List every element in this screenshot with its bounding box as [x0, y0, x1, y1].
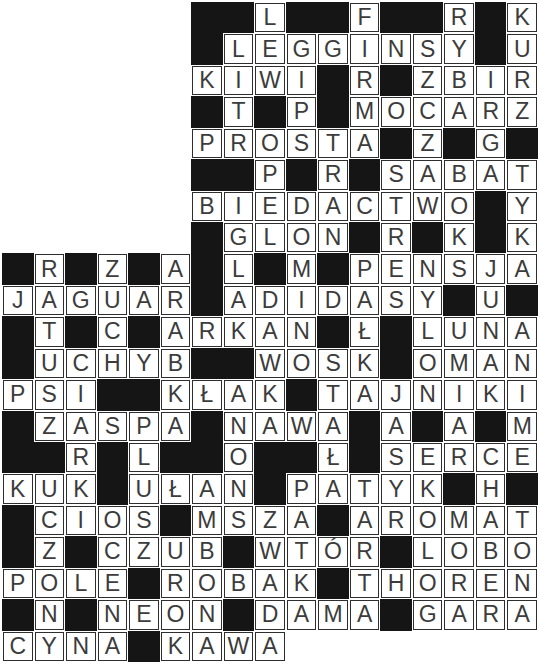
letter-cell-r15c13[interactable]: S [380, 442, 412, 473]
letter-cell-r16c2[interactable]: U [34, 473, 66, 504]
letter-cell-r19c10[interactable]: K [286, 568, 318, 599]
letter-cell-r17c12[interactable]: A [349, 505, 381, 536]
block-cell-r8c16 [475, 222, 507, 253]
letter-cell-r20c5[interactable]: E [128, 599, 160, 630]
letter-cell-r13c2[interactable]: S [34, 379, 66, 410]
block-cell-r4c9 [254, 96, 286, 127]
letter-cell-r8c13[interactable]: R [380, 222, 412, 253]
letter-cell-r18c4[interactable]: C [97, 536, 129, 567]
letter-cell-r9c12[interactable]: P [349, 253, 381, 284]
letter-cell-r21c2[interactable]: Y [34, 631, 66, 662]
outside-area [2, 2, 34, 33]
letter-cell-r19c14[interactable]: O [412, 568, 444, 599]
letter-cell-r13c1[interactable]: P [2, 379, 34, 410]
letter-cell-r13c14[interactable]: N [412, 379, 444, 410]
letter-cell-r10c9[interactable]: D [254, 285, 286, 316]
letter-cell-r7c7[interactable]: B [191, 191, 223, 222]
letter-cell-r1c9[interactable]: L [254, 2, 286, 33]
letter-cell-r3c9[interactable]: W [254, 65, 286, 96]
letter-cell-r2c15[interactable]: Y [443, 33, 475, 64]
block-cell-r14c12 [349, 411, 381, 442]
block-cell-r8c7 [191, 222, 223, 253]
block-cell-r17c1 [2, 505, 34, 536]
letter-cell-r13c11[interactable]: T [317, 379, 349, 410]
letter-cell-r13c6[interactable]: K [160, 379, 192, 410]
letter-cell-r17c9[interactable]: Z [254, 505, 286, 536]
outside-area [65, 128, 97, 159]
letter-cell-r19c9[interactable]: A [254, 568, 286, 599]
letter-cell-r16c7[interactable]: A [191, 473, 223, 504]
letter-cell-r2c13[interactable]: N [380, 33, 412, 64]
outside-area [286, 631, 318, 662]
letter-cell-r17c13[interactable]: R [380, 505, 412, 536]
letter-cell-r14c3[interactable]: A [65, 411, 97, 442]
letter-cell-r8c15[interactable]: K [443, 222, 475, 253]
letter-cell-r17c8[interactable]: S [223, 505, 255, 536]
letter-cell-r8c11[interactable]: N [317, 222, 349, 253]
letter-cell-r17c2[interactable]: C [34, 505, 66, 536]
letter-cell-r17c15[interactable]: M [443, 505, 475, 536]
block-cell-r18c3 [65, 536, 97, 567]
letter-cell-r4c15[interactable]: A [443, 96, 475, 127]
outside-area [34, 2, 66, 33]
letter-cell-r15c8[interactable]: O [223, 442, 255, 473]
letter-cell-r11c9[interactable]: A [254, 316, 286, 347]
letter-cell-r4c14[interactable]: C [412, 96, 444, 127]
block-cell-r15c1 [2, 442, 34, 473]
outside-area [97, 191, 129, 222]
letter-cell-r13c16[interactable]: K [475, 379, 507, 410]
letter-cell-r16c6[interactable]: Ł [160, 473, 192, 504]
letter-cell-r1c12[interactable]: F [349, 2, 381, 33]
letter-cell-r3c12[interactable]: R [349, 65, 381, 96]
letter-cell-r7c17[interactable]: Y [506, 191, 538, 222]
block-cell-r11c5 [128, 316, 160, 347]
letter-cell-r10c14[interactable]: Y [412, 285, 444, 316]
letter-cell-r2c8[interactable]: L [223, 33, 255, 64]
block-cell-r13c5 [128, 379, 160, 410]
block-cell-r18c13 [380, 536, 412, 567]
letter-cell-r14c11[interactable]: A [317, 411, 349, 442]
letter-cell-r3c17[interactable]: R [506, 65, 538, 96]
letter-cell-r10c3[interactable]: G [65, 285, 97, 316]
outside-area [65, 222, 97, 253]
letter-cell-r9c14[interactable]: N [412, 253, 444, 284]
letter-cell-r6c13[interactable]: S [380, 159, 412, 190]
outside-area [317, 631, 349, 662]
letter-cell-r2c17[interactable]: U [506, 33, 538, 64]
letter-cell-r14c15[interactable]: A [443, 411, 475, 442]
letter-cell-r8c9[interactable]: L [254, 222, 286, 253]
block-cell-r17c6 [160, 505, 192, 536]
letter-cell-r16c10[interactable]: P [286, 473, 318, 504]
letter-cell-r2c10[interactable]: G [286, 33, 318, 64]
letter-cell-r8c10[interactable]: O [286, 222, 318, 253]
outside-area [160, 2, 192, 33]
outside-area [160, 159, 192, 190]
letter-cell-r15c5[interactable]: L [128, 442, 160, 473]
letter-cell-r19c1[interactable]: P [2, 568, 34, 599]
letter-cell-r15c14[interactable]: E [412, 442, 444, 473]
block-cell-r14c7 [191, 411, 223, 442]
letter-cell-r11c2[interactable]: T [34, 316, 66, 347]
letter-cell-r3c7[interactable]: K [191, 65, 223, 96]
letter-cell-r10c4[interactable]: U [97, 285, 129, 316]
letter-cell-r9c13[interactable]: E [380, 253, 412, 284]
letter-cell-r11c16[interactable]: N [475, 316, 507, 347]
letter-cell-r18c16[interactable]: B [475, 536, 507, 567]
block-cell-r3c13 [380, 65, 412, 96]
letter-cell-r21c4[interactable]: A [97, 631, 129, 662]
outside-area [160, 222, 192, 253]
letter-cell-r8c8[interactable]: G [223, 222, 255, 253]
block-cell-r18c8 [223, 536, 255, 567]
letter-cell-r16c14[interactable]: K [412, 473, 444, 504]
outside-area [97, 159, 129, 190]
letter-cell-r10c13[interactable]: S [380, 285, 412, 316]
letter-cell-r21c1[interactable]: C [2, 631, 34, 662]
letter-cell-r7c8[interactable]: I [223, 191, 255, 222]
outside-area [97, 2, 129, 33]
letter-cell-r20c2[interactable]: N [34, 599, 66, 630]
letter-cell-r7c11[interactable]: A [317, 191, 349, 222]
letter-cell-r14c17[interactable]: M [506, 411, 538, 442]
outside-area [2, 96, 34, 127]
letter-cell-r11c12[interactable]: Ł [349, 316, 381, 347]
letter-cell-r20c12[interactable]: A [349, 599, 381, 630]
letter-cell-r19c15[interactable]: R [443, 568, 475, 599]
letter-cell-r18c11[interactable]: Ó [317, 536, 349, 567]
letter-cell-r19c13[interactable]: H [380, 568, 412, 599]
block-cell-r15c12 [349, 442, 381, 473]
letter-cell-r19c8[interactable]: B [223, 568, 255, 599]
block-cell-r6c10 [286, 159, 318, 190]
letter-cell-r11c15[interactable]: U [443, 316, 475, 347]
letter-cell-r7c15[interactable]: O [443, 191, 475, 222]
letter-cell-r5c11[interactable]: T [317, 128, 349, 159]
block-cell-r12c1 [2, 348, 34, 379]
letter-cell-r20c7[interactable]: N [191, 599, 223, 630]
letter-cell-r16c11[interactable]: A [317, 473, 349, 504]
letter-cell-r9c2[interactable]: R [34, 253, 66, 284]
block-cell-r10c15 [443, 285, 475, 316]
block-cell-r19c5 [128, 568, 160, 599]
letter-cell-r19c16[interactable]: E [475, 568, 507, 599]
block-cell-r15c10 [286, 442, 318, 473]
letter-cell-r13c7[interactable]: Ł [191, 379, 223, 410]
crossword-board: LFRKLEGGINSYUKIWIRZBIRTPMOCARZPROSTAZGPR… [0, 0, 540, 664]
block-cell-r8c14 [412, 222, 444, 253]
letter-cell-r10c8[interactable]: A [223, 285, 255, 316]
letter-cell-r13c9[interactable]: K [254, 379, 286, 410]
letter-cell-r5c10[interactable]: S [286, 128, 318, 159]
letter-cell-r19c7[interactable]: O [191, 568, 223, 599]
letter-cell-r11c6[interactable]: A [160, 316, 192, 347]
letter-cell-r16c5[interactable]: U [128, 473, 160, 504]
letter-cell-r12c6[interactable]: B [160, 348, 192, 379]
outside-area [160, 128, 192, 159]
letter-cell-r18c15[interactable]: O [443, 536, 475, 567]
letter-cell-r5c14[interactable]: Z [412, 128, 444, 159]
letter-cell-r9c6[interactable]: A [160, 253, 192, 284]
letter-cell-r11c10[interactable]: N [286, 316, 318, 347]
letter-cell-r11c14[interactable]: L [412, 316, 444, 347]
block-cell-r5c17 [506, 128, 538, 159]
letter-cell-r19c4[interactable]: E [97, 568, 129, 599]
letter-cell-r12c11[interactable]: S [317, 348, 349, 379]
letter-cell-r5c8[interactable]: R [223, 128, 255, 159]
block-cell-r21c5 [128, 631, 160, 662]
letter-cell-r20c15[interactable]: A [443, 599, 475, 630]
letter-cell-r20c17[interactable]: A [506, 599, 538, 630]
letter-cell-r21c3[interactable]: N [65, 631, 97, 662]
letter-cell-r6c16[interactable]: A [475, 159, 507, 190]
letter-cell-r6c14[interactable]: A [412, 159, 444, 190]
letter-cell-r16c13[interactable]: Y [380, 473, 412, 504]
letter-cell-r4c8[interactable]: T [223, 96, 255, 127]
letter-cell-r16c8[interactable]: N [223, 473, 255, 504]
outside-area [128, 2, 160, 33]
letter-cell-r14c4[interactable]: S [97, 411, 129, 442]
letter-cell-r3c10[interactable]: I [286, 65, 318, 96]
letter-cell-r10c16[interactable]: U [475, 285, 507, 316]
outside-area [380, 631, 412, 662]
letter-cell-r19c12[interactable]: T [349, 568, 381, 599]
letter-cell-r2c14[interactable]: S [412, 33, 444, 64]
letter-cell-r12c3[interactable]: C [65, 348, 97, 379]
letter-cell-r21c6[interactable]: K [160, 631, 192, 662]
letter-cell-r9c17[interactable]: A [506, 253, 538, 284]
letter-cell-r11c4[interactable]: C [97, 316, 129, 347]
letter-cell-r3c8[interactable]: I [223, 65, 255, 96]
letter-cell-r18c5[interactable]: Z [128, 536, 160, 567]
letter-cell-r17c16[interactable]: A [475, 505, 507, 536]
block-cell-r9c9 [254, 253, 286, 284]
letter-cell-r19c6[interactable]: R [160, 568, 192, 599]
letter-cell-r9c15[interactable]: S [443, 253, 475, 284]
block-cell-r7c16 [475, 191, 507, 222]
letter-cell-r9c10[interactable]: M [286, 253, 318, 284]
letter-cell-r20c4[interactable]: N [97, 599, 129, 630]
letter-cell-r4c16[interactable]: R [475, 96, 507, 127]
letter-cell-r5c7[interactable]: P [191, 128, 223, 159]
letter-cell-r12c17[interactable]: N [506, 348, 538, 379]
letter-cell-r15c11[interactable]: Ł [317, 442, 349, 473]
letter-cell-r3c16[interactable]: I [475, 65, 507, 96]
letter-cell-r6c17[interactable]: T [506, 159, 538, 190]
letter-cell-r4c12[interactable]: M [349, 96, 381, 127]
outside-area [34, 65, 66, 96]
letter-cell-r10c12[interactable]: A [349, 285, 381, 316]
outside-area [412, 631, 444, 662]
block-cell-r13c10 [286, 379, 318, 410]
letter-cell-r20c16[interactable]: R [475, 599, 507, 630]
letter-cell-r11c7[interactable]: R [191, 316, 223, 347]
block-cell-r16c4 [97, 473, 129, 504]
letter-cell-r18c7[interactable]: B [191, 536, 223, 567]
letter-cell-r16c12[interactable]: T [349, 473, 381, 504]
letter-cell-r1c15[interactable]: R [443, 2, 475, 33]
outside-area [97, 96, 129, 127]
block-cell-r17c11 [317, 505, 349, 536]
letter-cell-r2c11[interactable]: G [317, 33, 349, 64]
letter-cell-r18c12[interactable]: R [349, 536, 381, 567]
block-cell-r11c11 [317, 316, 349, 347]
block-cell-r12c8 [223, 348, 255, 379]
letter-cell-r9c4[interactable]: Z [97, 253, 129, 284]
block-cell-r1c16 [475, 2, 507, 33]
letter-cell-r14c9[interactable]: A [254, 411, 286, 442]
letter-cell-r16c3[interactable]: K [65, 473, 97, 504]
letter-cell-r13c12[interactable]: A [349, 379, 381, 410]
letter-cell-r6c11[interactable]: R [317, 159, 349, 190]
letter-cell-r6c9[interactable]: P [254, 159, 286, 190]
letter-cell-r19c3[interactable]: L [65, 568, 97, 599]
letter-cell-r12c14[interactable]: O [412, 348, 444, 379]
letter-cell-r17c10[interactable]: A [286, 505, 318, 536]
letter-cell-r5c9[interactable]: O [254, 128, 286, 159]
letter-cell-r7c14[interactable]: W [412, 191, 444, 222]
letter-cell-r20c14[interactable]: G [412, 599, 444, 630]
letter-cell-r15c16[interactable]: C [475, 442, 507, 473]
letter-cell-r18c14[interactable]: L [412, 536, 444, 567]
letter-cell-r5c12[interactable]: A [349, 128, 381, 159]
block-cell-r14c14 [412, 411, 444, 442]
letter-cell-r3c14[interactable]: Z [412, 65, 444, 96]
letter-cell-r20c9[interactable]: D [254, 599, 286, 630]
letter-cell-r13c15[interactable]: I [443, 379, 475, 410]
letter-cell-r21c7[interactable]: A [191, 631, 223, 662]
letter-cell-r13c3[interactable]: I [65, 379, 97, 410]
letter-cell-r19c2[interactable]: O [34, 568, 66, 599]
letter-cell-r18c17[interactable]: O [506, 536, 538, 567]
outside-area [160, 191, 192, 222]
block-cell-r12c13 [380, 348, 412, 379]
letter-cell-r20c10[interactable]: A [286, 599, 318, 630]
outside-area [128, 191, 160, 222]
letter-cell-r2c12[interactable]: I [349, 33, 381, 64]
block-cell-r15c9 [254, 442, 286, 473]
outside-area [65, 65, 97, 96]
letter-cell-r14c13[interactable]: A [380, 411, 412, 442]
letter-cell-r14c5[interactable]: P [128, 411, 160, 442]
letter-cell-r16c16[interactable]: H [475, 473, 507, 504]
letter-cell-r7c12[interactable]: C [349, 191, 381, 222]
outside-area [475, 631, 507, 662]
letter-cell-r12c9[interactable]: W [254, 348, 286, 379]
letter-cell-r15c15[interactable]: R [443, 442, 475, 473]
letter-cell-r18c6[interactable]: U [160, 536, 192, 567]
outside-area [2, 159, 34, 190]
letter-cell-r12c10[interactable]: O [286, 348, 318, 379]
block-cell-r8c12 [349, 222, 381, 253]
letter-cell-r9c8[interactable]: L [223, 253, 255, 284]
letter-cell-r14c2[interactable]: Z [34, 411, 66, 442]
block-cell-r20c1 [2, 599, 34, 630]
letter-cell-r14c8[interactable]: N [223, 411, 255, 442]
letter-cell-r17c5[interactable]: S [128, 505, 160, 536]
outside-area [349, 631, 381, 662]
letter-cell-r10c10[interactable]: I [286, 285, 318, 316]
letter-cell-r10c2[interactable]: A [34, 285, 66, 316]
letter-cell-r7c9[interactable]: E [254, 191, 286, 222]
letter-cell-r8c17[interactable]: K [506, 222, 538, 253]
letter-cell-r15c3[interactable]: R [65, 442, 97, 473]
block-cell-r1c7 [191, 2, 223, 33]
letter-cell-r4c13[interactable]: O [380, 96, 412, 127]
outside-area [128, 128, 160, 159]
letter-cell-r19c17[interactable]: N [506, 568, 538, 599]
letter-cell-r2c9[interactable]: E [254, 33, 286, 64]
block-cell-r11c3 [65, 316, 97, 347]
letter-cell-r15c17[interactable]: E [506, 442, 538, 473]
letter-cell-r7c10[interactable]: D [286, 191, 318, 222]
letter-cell-r17c4[interactable]: O [97, 505, 129, 536]
letter-cell-r12c16[interactable]: A [475, 348, 507, 379]
block-cell-r15c6 [160, 442, 192, 473]
letter-cell-r4c10[interactable]: P [286, 96, 318, 127]
letter-cell-r1c17[interactable]: K [506, 2, 538, 33]
letter-cell-r14c10[interactable]: W [286, 411, 318, 442]
letter-cell-r4c17[interactable]: Z [506, 96, 538, 127]
letter-cell-r5c16[interactable]: G [475, 128, 507, 159]
letter-cell-r12c5[interactable]: Y [128, 348, 160, 379]
letter-cell-r11c17[interactable]: A [506, 316, 538, 347]
letter-cell-r18c9[interactable]: W [254, 536, 286, 567]
letter-cell-r18c10[interactable]: T [286, 536, 318, 567]
letter-cell-r11c8[interactable]: K [223, 316, 255, 347]
letter-cell-r20c11[interactable]: M [317, 599, 349, 630]
letter-cell-r10c1[interactable]: J [2, 285, 34, 316]
outside-area [65, 2, 97, 33]
block-cell-r9c1 [2, 253, 34, 284]
letter-cell-r14c6[interactable]: A [160, 411, 192, 442]
letter-cell-r21c9[interactable]: A [254, 631, 286, 662]
letter-cell-r13c13[interactable]: J [380, 379, 412, 410]
outside-area [65, 33, 97, 64]
outside-area [97, 33, 129, 64]
outside-area [443, 631, 475, 662]
letter-cell-r16c1[interactable]: K [2, 473, 34, 504]
block-cell-r11c13 [380, 316, 412, 347]
block-cell-r5c13 [380, 128, 412, 159]
letter-cell-r18c2[interactable]: Z [34, 536, 66, 567]
outside-area [160, 65, 192, 96]
letter-cell-r9c16[interactable]: J [475, 253, 507, 284]
letter-cell-r12c2[interactable]: U [34, 348, 66, 379]
letter-cell-r12c15[interactable]: M [443, 348, 475, 379]
block-cell-r6c12 [349, 159, 381, 190]
letter-cell-r12c4[interactable]: H [97, 348, 129, 379]
letter-cell-r17c17[interactable]: T [506, 505, 538, 536]
letter-cell-r17c14[interactable]: O [412, 505, 444, 536]
letter-cell-r12c12[interactable]: K [349, 348, 381, 379]
letter-cell-r7c13[interactable]: T [380, 191, 412, 222]
letter-cell-r21c8[interactable]: W [223, 631, 255, 662]
letter-cell-r10c5[interactable]: A [128, 285, 160, 316]
block-cell-r16c15 [443, 473, 475, 504]
letter-cell-r17c7[interactable]: M [191, 505, 223, 536]
letter-cell-r10c6[interactable]: R [160, 285, 192, 316]
letter-cell-r17c3[interactable]: I [65, 505, 97, 536]
block-cell-r5c15 [443, 128, 475, 159]
letter-cell-r13c17[interactable]: I [506, 379, 538, 410]
letter-cell-r3c15[interactable]: B [443, 65, 475, 96]
letter-cell-r6c15[interactable]: B [443, 159, 475, 190]
letter-cell-r10c11[interactable]: D [317, 285, 349, 316]
letter-cell-r13c8[interactable]: A [223, 379, 255, 410]
letter-cell-r20c6[interactable]: O [160, 599, 192, 630]
